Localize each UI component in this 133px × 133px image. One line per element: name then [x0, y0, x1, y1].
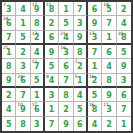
- cell-value: 7: [106, 20, 112, 28]
- sudoku-cell[interactable]: 179: [31, 2, 45, 16]
- cell-value: 4: [6, 106, 12, 114]
- cage-sum: 11: [103, 102, 108, 107]
- cell-value: 5: [20, 34, 26, 42]
- killer-sudoku-screenshot: 7341791181761852246182539747517262149173…: [0, 0, 133, 133]
- cell-value: 1: [77, 77, 83, 85]
- cell-value: 1: [92, 63, 98, 71]
- sudoku-cell[interactable]: 2: [102, 117, 116, 131]
- sudoku-cell[interactable]: 7: [59, 74, 73, 88]
- sudoku-cell[interactable]: 1: [31, 88, 45, 102]
- sudoku-cell[interactable]: 246: [16, 74, 30, 88]
- cage-sum: 7: [75, 59, 78, 64]
- cell-value: 9: [121, 63, 127, 71]
- cell-value: 4: [106, 63, 112, 71]
- cell-value: 5: [92, 92, 98, 100]
- sudoku-cell[interactable]: 5: [59, 16, 73, 30]
- cell-value: 9: [92, 20, 98, 28]
- sudoku-cell[interactable]: 4: [31, 45, 45, 59]
- cell-value: 3: [121, 77, 127, 85]
- sudoku-cell[interactable]: 4: [16, 2, 30, 16]
- sudoku-cell[interactable]: 1: [117, 117, 131, 131]
- sudoku-cell[interactable]: 7: [102, 16, 116, 30]
- cell-value: 9: [49, 49, 55, 57]
- cell-value: 6: [77, 121, 83, 129]
- cage-sum: 7: [3, 2, 6, 7]
- sudoku-cell[interactable]: 2: [117, 2, 131, 16]
- sudoku-cell[interactable]: 185: [102, 2, 116, 16]
- cell-value: 1: [121, 121, 127, 129]
- cell-value: 3: [20, 63, 26, 71]
- cell-value: 4: [34, 49, 40, 57]
- sudoku-cell[interactable]: 8: [59, 88, 73, 102]
- cell-value: 9: [106, 92, 112, 100]
- cell-value: 7: [49, 121, 55, 129]
- sudoku-cell[interactable]: 73: [2, 2, 16, 16]
- cell-value: 8: [106, 77, 112, 85]
- sudoku-cell[interactable]: 5: [74, 102, 88, 116]
- cell-value: 4: [49, 77, 55, 85]
- sudoku-cell[interactable]: 246: [2, 16, 16, 30]
- sudoku-cell[interactable]: 109: [16, 102, 30, 116]
- sudoku-cell[interactable]: 6: [59, 59, 73, 73]
- cell-value: 7: [77, 6, 83, 14]
- sudoku-cell[interactable]: 5: [88, 88, 102, 102]
- cage-sum: 17: [89, 31, 94, 36]
- cell-value: 3: [49, 92, 55, 100]
- sudoku-cell[interactable]: 4: [2, 102, 16, 116]
- cage-sum: 11: [46, 2, 51, 7]
- cell-value: 8: [20, 121, 26, 129]
- cell-value: 5: [6, 121, 12, 129]
- sudoku-cell[interactable]: 6: [88, 2, 102, 16]
- sudoku-cell[interactable]: 172: [31, 31, 45, 45]
- sudoku-cell[interactable]: 118: [45, 2, 59, 16]
- sudoku-cell[interactable]: 1: [16, 16, 30, 30]
- sudoku-cell[interactable]: 6: [117, 88, 131, 102]
- cell-value: 2: [20, 49, 26, 57]
- cage-sum: 16: [89, 102, 94, 107]
- cage-sum: 16: [89, 74, 94, 79]
- sudoku-cell[interactable]: 9: [59, 117, 73, 131]
- cell-value: 1: [20, 20, 26, 28]
- cell-value: 7: [92, 49, 98, 57]
- cell-value: 7: [20, 92, 26, 100]
- cage-sum: 18: [103, 2, 108, 7]
- cage-sum: 21: [3, 45, 8, 50]
- sudoku-cell[interactable]: 51: [74, 74, 88, 88]
- sudoku-cell[interactable]: 108: [117, 31, 131, 45]
- sudoku-cell[interactable]: 5: [2, 117, 16, 131]
- cell-value: 1: [106, 34, 112, 42]
- sudoku-cell[interactable]: 113: [102, 102, 116, 116]
- sudoku-cell[interactable]: 3: [74, 16, 88, 30]
- cell-value: 2: [121, 6, 127, 14]
- cage-sum: 10: [118, 31, 123, 36]
- sudoku-cell[interactable]: 84: [45, 74, 59, 88]
- sudoku-cell[interactable]: 9: [88, 16, 102, 30]
- cell-value: 6: [121, 92, 127, 100]
- sudoku-cell[interactable]: 8: [16, 117, 30, 131]
- cell-value: 9: [77, 34, 83, 42]
- sudoku-cell[interactable]: 9: [74, 31, 88, 45]
- sudoku-cell[interactable]: 162: [88, 74, 102, 88]
- sudoku-cell[interactable]: 211: [2, 45, 16, 59]
- sudoku-cell[interactable]: 2: [16, 45, 30, 59]
- sudoku-cell[interactable]: 2: [59, 102, 73, 116]
- cell-value: 1: [63, 6, 69, 14]
- sudoku-cell[interactable]: 72: [74, 59, 88, 73]
- cell-value: 8: [77, 49, 83, 57]
- sudoku-cell[interactable]: 2: [45, 16, 59, 30]
- sudoku-cell[interactable]: 5: [117, 45, 131, 59]
- cage-sum: 21: [60, 31, 65, 36]
- cell-value: 8: [6, 63, 12, 71]
- sudoku-cell[interactable]: 9: [117, 59, 131, 73]
- cell-value: 7: [63, 77, 69, 85]
- sudoku-cell[interactable]: 163: [59, 45, 73, 59]
- cell-value: 1: [49, 106, 55, 114]
- sudoku-cell[interactable]: 4: [88, 117, 102, 131]
- cell-value: 4: [20, 6, 26, 14]
- cell-value: 5: [121, 49, 127, 57]
- cage-sum: 5: [75, 74, 78, 79]
- sudoku-cell[interactable]: 8: [102, 74, 116, 88]
- cell-value: 1: [34, 92, 40, 100]
- sudoku-cell[interactable]: 7: [88, 45, 102, 59]
- sudoku-cell[interactable]: 4: [102, 59, 116, 73]
- cage-sum: 8: [46, 74, 49, 79]
- sudoku-cell[interactable]: 173: [88, 31, 102, 45]
- sudoku-cell[interactable]: 8: [2, 59, 16, 73]
- sudoku-cell[interactable]: 168: [88, 102, 102, 116]
- cage-sum: 10: [17, 102, 22, 107]
- cell-value: 6: [63, 63, 69, 71]
- sudoku-cell[interactable]: 6: [45, 31, 59, 45]
- cell-value: 7: [121, 106, 127, 114]
- cell-value: 4: [121, 20, 127, 28]
- cell-value: 4: [92, 121, 98, 129]
- sudoku-cell[interactable]: 4: [74, 88, 88, 102]
- sudoku-cell[interactable]: 3: [117, 74, 131, 88]
- sudoku-cell[interactable]: 2: [2, 88, 16, 102]
- cage-sum: 24: [17, 74, 22, 79]
- sudoku-cell[interactable]: 9: [45, 45, 59, 59]
- sudoku-cell[interactable]: 4: [117, 16, 131, 30]
- cell-value: 5: [77, 106, 83, 114]
- cell-value: 2: [106, 121, 112, 129]
- cell-value: 3: [77, 20, 83, 28]
- sudoku-cell[interactable]: 7: [74, 2, 88, 16]
- sudoku-cell[interactable]: 3: [16, 59, 30, 73]
- sudoku-cell[interactable]: 7: [117, 102, 131, 116]
- cell-value: 2: [49, 20, 55, 28]
- cage-sum: 24: [3, 16, 8, 21]
- sudoku-cell[interactable]: 7: [16, 88, 30, 102]
- cell-value: 8: [63, 92, 69, 100]
- cell-value: 3: [34, 121, 40, 129]
- cage-sum: 17: [32, 2, 37, 7]
- sudoku-cell[interactable]: 3: [31, 117, 45, 131]
- sudoku-cell[interactable]: 7: [45, 117, 59, 131]
- cell-value: 5: [34, 77, 40, 85]
- cell-value: 6: [92, 6, 98, 14]
- cell-value: 8: [34, 20, 40, 28]
- cell-value: 2: [63, 106, 69, 114]
- sudoku-cell[interactable]: 1: [59, 2, 73, 16]
- sudoku-cell[interactable]: 214: [59, 31, 73, 45]
- cage-sum: 12: [32, 59, 37, 64]
- sudoku-cell[interactable]: 7: [2, 31, 16, 45]
- cell-value: 2: [6, 92, 12, 100]
- sudoku-cell[interactable]: 1: [102, 31, 116, 45]
- cell-value: 5: [49, 63, 55, 71]
- sudoku-cell[interactable]: 5: [16, 31, 30, 45]
- sudoku-cell[interactable]: 3: [45, 88, 59, 102]
- sudoku-cell[interactable]: 6: [102, 45, 116, 59]
- sudoku-cell[interactable]: 8: [74, 45, 88, 59]
- cell-value: 4: [77, 92, 83, 100]
- sudoku-cell[interactable]: 1: [45, 102, 59, 116]
- cell-value: 6: [106, 49, 112, 57]
- sudoku-board: 7341791181761852246182539747517262149173…: [0, 0, 133, 133]
- cage-sum: 17: [32, 102, 37, 107]
- cage-sum: 17: [32, 31, 37, 36]
- sudoku-cell[interactable]: 127: [31, 59, 45, 73]
- cell-value: 7: [6, 34, 12, 42]
- cell-value: 2: [77, 63, 83, 71]
- cage-sum: 16: [60, 45, 65, 50]
- sudoku-cell[interactable]: 1: [88, 59, 102, 73]
- sudoku-cell[interactable]: 176: [31, 102, 45, 116]
- sudoku-cell[interactable]: 5: [45, 59, 59, 73]
- sudoku-cell[interactable]: 8: [31, 16, 45, 30]
- sudoku-cell[interactable]: 6: [74, 117, 88, 131]
- sudoku-cell[interactable]: 5: [31, 74, 45, 88]
- cell-value: 9: [6, 77, 12, 85]
- cell-value: 9: [63, 121, 69, 129]
- cell-value: 3: [6, 6, 12, 14]
- cell-value: 5: [63, 20, 69, 28]
- sudoku-cell[interactable]: 9: [2, 74, 16, 88]
- sudoku-cell[interactable]: 9: [102, 88, 116, 102]
- cell-value: 6: [49, 34, 55, 42]
